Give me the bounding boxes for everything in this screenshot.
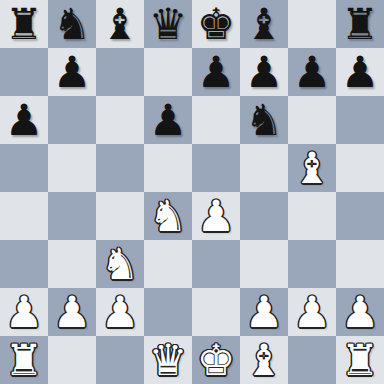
square-d1[interactable]: ♛ <box>144 336 192 384</box>
square-e1[interactable]: ♚ <box>192 336 240 384</box>
black-bishop[interactable]: ♝ <box>245 0 284 48</box>
square-h7[interactable]: ♟ <box>336 48 384 96</box>
black-king[interactable]: ♚ <box>197 0 236 48</box>
square-d3[interactable] <box>144 240 192 288</box>
black-pawn[interactable]: ♟ <box>245 48 284 96</box>
square-h3[interactable] <box>336 240 384 288</box>
square-c5[interactable] <box>96 144 144 192</box>
square-b6[interactable] <box>48 96 96 144</box>
square-e2[interactable] <box>192 288 240 336</box>
white-queen[interactable]: ♛ <box>149 336 188 384</box>
white-pawn[interactable]: ♟ <box>341 288 380 336</box>
square-b5[interactable] <box>48 144 96 192</box>
square-e4[interactable]: ♟ <box>192 192 240 240</box>
square-b4[interactable] <box>48 192 96 240</box>
square-f3[interactable] <box>240 240 288 288</box>
square-e3[interactable] <box>192 240 240 288</box>
square-b1[interactable] <box>48 336 96 384</box>
square-h8[interactable]: ♜ <box>336 0 384 48</box>
black-rook[interactable]: ♜ <box>341 0 380 48</box>
square-c6[interactable] <box>96 96 144 144</box>
white-rook[interactable]: ♜ <box>341 336 380 384</box>
white-pawn[interactable]: ♟ <box>197 192 236 240</box>
white-bishop[interactable]: ♝ <box>293 144 332 192</box>
black-pawn[interactable]: ♟ <box>5 96 44 144</box>
square-h1[interactable]: ♜ <box>336 336 384 384</box>
square-e8[interactable]: ♚ <box>192 0 240 48</box>
black-pawn[interactable]: ♟ <box>197 48 236 96</box>
white-pawn[interactable]: ♟ <box>293 288 332 336</box>
square-d7[interactable] <box>144 48 192 96</box>
square-d5[interactable] <box>144 144 192 192</box>
black-knight[interactable]: ♞ <box>245 96 284 144</box>
black-queen[interactable]: ♛ <box>149 0 188 48</box>
white-pawn[interactable]: ♟ <box>5 288 44 336</box>
square-c8[interactable]: ♝ <box>96 0 144 48</box>
square-e5[interactable] <box>192 144 240 192</box>
square-d6[interactable]: ♟ <box>144 96 192 144</box>
square-f8[interactable]: ♝ <box>240 0 288 48</box>
black-pawn[interactable]: ♟ <box>341 48 380 96</box>
square-a2[interactable]: ♟ <box>0 288 48 336</box>
square-e7[interactable]: ♟ <box>192 48 240 96</box>
square-f5[interactable] <box>240 144 288 192</box>
white-rook[interactable]: ♜ <box>5 336 44 384</box>
white-knight[interactable]: ♞ <box>149 192 188 240</box>
square-d8[interactable]: ♛ <box>144 0 192 48</box>
square-b8[interactable]: ♞ <box>48 0 96 48</box>
black-knight[interactable]: ♞ <box>53 0 92 48</box>
square-a5[interactable] <box>0 144 48 192</box>
white-pawn[interactable]: ♟ <box>245 288 284 336</box>
white-bishop[interactable]: ♝ <box>245 336 284 384</box>
square-a7[interactable] <box>0 48 48 96</box>
square-g2[interactable]: ♟ <box>288 288 336 336</box>
square-g6[interactable] <box>288 96 336 144</box>
square-g1[interactable] <box>288 336 336 384</box>
square-a6[interactable]: ♟ <box>0 96 48 144</box>
square-h6[interactable] <box>336 96 384 144</box>
square-g5[interactable]: ♝ <box>288 144 336 192</box>
square-c4[interactable] <box>96 192 144 240</box>
chess-board: ♜♞♝♛♚♝♜♟♟♟♟♟♟♟♞♝♞♟♞♟♟♟♟♟♟♜♛♚♝♜ <box>0 0 384 384</box>
square-d2[interactable] <box>144 288 192 336</box>
black-bishop[interactable]: ♝ <box>101 0 140 48</box>
square-a3[interactable] <box>0 240 48 288</box>
square-f7[interactable]: ♟ <box>240 48 288 96</box>
square-b2[interactable]: ♟ <box>48 288 96 336</box>
square-h2[interactable]: ♟ <box>336 288 384 336</box>
square-a8[interactable]: ♜ <box>0 0 48 48</box>
black-pawn[interactable]: ♟ <box>53 48 92 96</box>
square-g7[interactable]: ♟ <box>288 48 336 96</box>
square-g4[interactable] <box>288 192 336 240</box>
square-d4[interactable]: ♞ <box>144 192 192 240</box>
square-f6[interactable]: ♞ <box>240 96 288 144</box>
white-pawn[interactable]: ♟ <box>101 288 140 336</box>
square-a4[interactable] <box>0 192 48 240</box>
square-h4[interactable] <box>336 192 384 240</box>
square-c2[interactable]: ♟ <box>96 288 144 336</box>
square-c3[interactable]: ♞ <box>96 240 144 288</box>
square-h5[interactable] <box>336 144 384 192</box>
square-c1[interactable] <box>96 336 144 384</box>
square-b7[interactable]: ♟ <box>48 48 96 96</box>
black-pawn[interactable]: ♟ <box>293 48 332 96</box>
white-pawn[interactable]: ♟ <box>53 288 92 336</box>
square-e6[interactable] <box>192 96 240 144</box>
square-b3[interactable] <box>48 240 96 288</box>
white-knight[interactable]: ♞ <box>101 240 140 288</box>
square-c7[interactable] <box>96 48 144 96</box>
square-f1[interactable]: ♝ <box>240 336 288 384</box>
square-f2[interactable]: ♟ <box>240 288 288 336</box>
square-f4[interactable] <box>240 192 288 240</box>
black-rook[interactable]: ♜ <box>5 0 44 48</box>
white-king[interactable]: ♚ <box>197 336 236 384</box>
square-g8[interactable] <box>288 0 336 48</box>
black-pawn[interactable]: ♟ <box>149 96 188 144</box>
square-g3[interactable] <box>288 240 336 288</box>
square-a1[interactable]: ♜ <box>0 336 48 384</box>
